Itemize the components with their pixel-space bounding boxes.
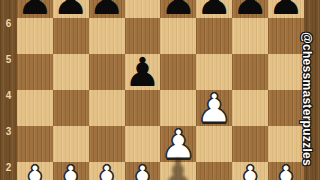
chess-board: ♟♟♟♟♟♟♟♟♟♟♟♟♟♟♟♟ xyxy=(17,0,303,180)
rank-label-2: 2 xyxy=(0,162,17,180)
square-g4[interactable] xyxy=(232,90,268,126)
black-pawn: ♟ xyxy=(89,0,125,18)
square-a3[interactable] xyxy=(17,126,53,162)
black-pawn: ♟ xyxy=(53,0,89,18)
square-g5[interactable] xyxy=(232,54,268,90)
square-b2[interactable]: ♟ xyxy=(53,162,89,180)
square-e2[interactable] xyxy=(160,162,196,180)
black-pawn: ♟ xyxy=(160,0,196,18)
square-e4[interactable] xyxy=(160,90,196,126)
square-e6[interactable] xyxy=(160,18,196,54)
square-a2[interactable]: ♟ xyxy=(17,162,53,180)
black-pawn: ♟ xyxy=(125,54,161,90)
square-h5[interactable] xyxy=(268,54,304,90)
square-g6[interactable] xyxy=(232,18,268,54)
white-pawn: ♟ xyxy=(196,90,232,126)
rank-label-7: 7 xyxy=(0,0,17,18)
square-d4[interactable] xyxy=(125,90,161,126)
white-pawn: ♟ xyxy=(53,162,89,180)
square-c6[interactable] xyxy=(89,18,125,54)
square-d7[interactable] xyxy=(125,0,161,18)
square-a4[interactable] xyxy=(17,90,53,126)
square-c5[interactable] xyxy=(89,54,125,90)
square-a5[interactable] xyxy=(17,54,53,90)
square-d6[interactable] xyxy=(125,18,161,54)
square-b6[interactable] xyxy=(53,18,89,54)
square-h7[interactable]: ♟ xyxy=(268,0,304,18)
black-pawn: ♟ xyxy=(196,0,232,18)
rank-label-3: 3 xyxy=(0,126,17,162)
square-d3[interactable] xyxy=(125,126,161,162)
square-h6[interactable] xyxy=(268,18,304,54)
white-pawn: ♟ xyxy=(160,126,196,162)
square-c7[interactable]: ♟ xyxy=(89,0,125,18)
white-pawn: ♟ xyxy=(17,162,53,180)
square-a7[interactable]: ♟ xyxy=(17,0,53,18)
rank-label-5: 5 xyxy=(0,54,17,90)
rank-label-6: 6 xyxy=(0,18,17,54)
square-f6[interactable] xyxy=(196,18,232,54)
black-pawn: ♟ xyxy=(268,0,304,18)
rank-label-4: 4 xyxy=(0,90,17,126)
square-e5[interactable] xyxy=(160,54,196,90)
square-f3[interactable] xyxy=(196,126,232,162)
square-e3[interactable]: ♟ xyxy=(160,126,196,162)
square-b3[interactable] xyxy=(53,126,89,162)
square-g7[interactable]: ♟ xyxy=(232,0,268,18)
square-f2[interactable] xyxy=(196,162,232,180)
rank-labels: 765432 xyxy=(0,0,17,180)
square-h3[interactable] xyxy=(268,126,304,162)
square-a6[interactable] xyxy=(17,18,53,54)
square-b5[interactable] xyxy=(53,54,89,90)
square-d5[interactable]: ♟ xyxy=(125,54,161,90)
square-d2[interactable]: ♟ xyxy=(125,162,161,180)
watermark-handle: @chessmasterpuzzles xyxy=(300,32,314,166)
square-f4[interactable]: ♟ xyxy=(196,90,232,126)
black-pawn: ♟ xyxy=(17,0,53,18)
square-c3[interactable] xyxy=(89,126,125,162)
square-f5[interactable] xyxy=(196,54,232,90)
square-h4[interactable] xyxy=(268,90,304,126)
white-pawn: ♟ xyxy=(232,162,268,180)
square-b4[interactable] xyxy=(53,90,89,126)
white-pawn: ♟ xyxy=(268,162,304,180)
chess-board-frame: 765432 ♟♟♟♟♟♟♟♟♟♟♟♟♟♟♟♟ ♟ @chessmasterpu… xyxy=(0,0,320,180)
square-c4[interactable] xyxy=(89,90,125,126)
square-e7[interactable]: ♟ xyxy=(160,0,196,18)
black-pawn: ♟ xyxy=(232,0,268,18)
square-g3[interactable] xyxy=(232,126,268,162)
square-f7[interactable]: ♟ xyxy=(196,0,232,18)
square-g2[interactable]: ♟ xyxy=(232,162,268,180)
square-c2[interactable]: ♟ xyxy=(89,162,125,180)
white-pawn: ♟ xyxy=(125,162,161,180)
square-h2[interactable]: ♟ xyxy=(268,162,304,180)
square-b7[interactable]: ♟ xyxy=(53,0,89,18)
white-pawn: ♟ xyxy=(89,162,125,180)
